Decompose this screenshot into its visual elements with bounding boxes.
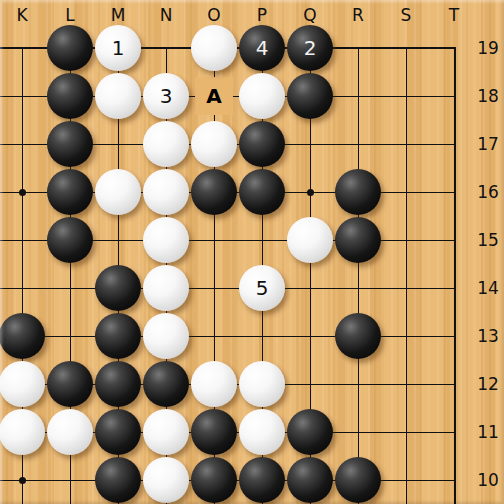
row-label-10: 10 (477, 470, 499, 490)
row-label-14: 14 (477, 278, 499, 298)
stone-O11[interactable] (191, 409, 237, 455)
stone-M16[interactable] (95, 169, 141, 215)
stone-P14[interactable]: 5 (239, 265, 285, 311)
star-point-Q16 (307, 189, 314, 196)
column-label-Q: Q (303, 5, 316, 25)
stone-N18[interactable]: 3 (143, 73, 189, 119)
column-label-L: L (65, 5, 74, 25)
column-label-R: R (352, 5, 364, 25)
move-number-N18: 3 (160, 86, 173, 106)
move-number-P19: 4 (256, 38, 269, 58)
column-label-M: M (111, 5, 126, 25)
annotation-O18: A (195, 77, 233, 115)
stone-P12[interactable] (239, 361, 285, 407)
move-number-P14: 5 (256, 278, 269, 298)
stone-M11[interactable] (95, 409, 141, 455)
stone-L11[interactable] (47, 409, 93, 455)
stone-K12[interactable] (0, 361, 45, 407)
stone-P11[interactable] (239, 409, 285, 455)
stone-L17[interactable] (47, 121, 93, 167)
stone-R16[interactable] (335, 169, 381, 215)
stone-O17[interactable] (191, 121, 237, 167)
grid-line-col-T (454, 47, 456, 504)
grid-line-col-R (358, 47, 359, 504)
stone-M14[interactable] (95, 265, 141, 311)
go-board[interactable]: KLMNOPQRST19181716151413121110A14235 (0, 0, 504, 504)
stone-K11[interactable] (0, 409, 45, 455)
stone-R13[interactable] (335, 313, 381, 359)
stone-M10[interactable] (95, 457, 141, 503)
column-label-P: P (257, 5, 267, 25)
row-label-19: 19 (477, 38, 499, 58)
stone-O12[interactable] (191, 361, 237, 407)
column-label-N: N (160, 5, 173, 25)
stone-L15[interactable] (47, 217, 93, 263)
stone-N13[interactable] (143, 313, 189, 359)
row-label-18: 18 (477, 86, 499, 106)
stone-N10[interactable] (143, 457, 189, 503)
stone-R15[interactable] (335, 217, 381, 263)
stone-O19[interactable] (191, 25, 237, 71)
stone-M12[interactable] (95, 361, 141, 407)
stone-M18[interactable] (95, 73, 141, 119)
column-label-S: S (401, 5, 412, 25)
stone-N14[interactable] (143, 265, 189, 311)
row-label-15: 15 (477, 230, 499, 250)
move-number-M19: 1 (112, 38, 125, 58)
column-label-O: O (207, 5, 220, 25)
star-point-K16 (19, 189, 26, 196)
stone-M13[interactable] (95, 313, 141, 359)
stone-Q15[interactable] (287, 217, 333, 263)
stone-Q10[interactable] (287, 457, 333, 503)
row-label-17: 17 (477, 134, 499, 154)
row-label-11: 11 (477, 422, 499, 442)
star-point-K10 (19, 477, 26, 484)
stone-N16[interactable] (143, 169, 189, 215)
column-label-T: T (449, 5, 459, 25)
stone-P16[interactable] (239, 169, 285, 215)
stone-O16[interactable] (191, 169, 237, 215)
stone-O10[interactable] (191, 457, 237, 503)
stone-N12[interactable] (143, 361, 189, 407)
stone-L12[interactable] (47, 361, 93, 407)
grid-line-col-S (406, 47, 407, 504)
stone-P19[interactable]: 4 (239, 25, 285, 71)
stone-Q19[interactable]: 2 (287, 25, 333, 71)
stone-N11[interactable] (143, 409, 189, 455)
move-number-Q19: 2 (304, 38, 317, 58)
grid-line-row-13 (0, 336, 456, 337)
column-label-K: K (16, 5, 27, 25)
row-label-12: 12 (477, 374, 499, 394)
stone-N17[interactable] (143, 121, 189, 167)
stone-L16[interactable] (47, 169, 93, 215)
stone-L18[interactable] (47, 73, 93, 119)
row-label-16: 16 (477, 182, 499, 202)
stone-P18[interactable] (239, 73, 285, 119)
stone-K13[interactable] (0, 313, 45, 359)
stone-P10[interactable] (239, 457, 285, 503)
stone-M19[interactable]: 1 (95, 25, 141, 71)
stone-R10[interactable] (335, 457, 381, 503)
stone-P17[interactable] (239, 121, 285, 167)
grid-line-row-14 (0, 288, 456, 289)
stone-Q18[interactable] (287, 73, 333, 119)
stone-Q11[interactable] (287, 409, 333, 455)
stone-L19[interactable] (47, 25, 93, 71)
row-label-13: 13 (477, 326, 499, 346)
stone-N15[interactable] (143, 217, 189, 263)
